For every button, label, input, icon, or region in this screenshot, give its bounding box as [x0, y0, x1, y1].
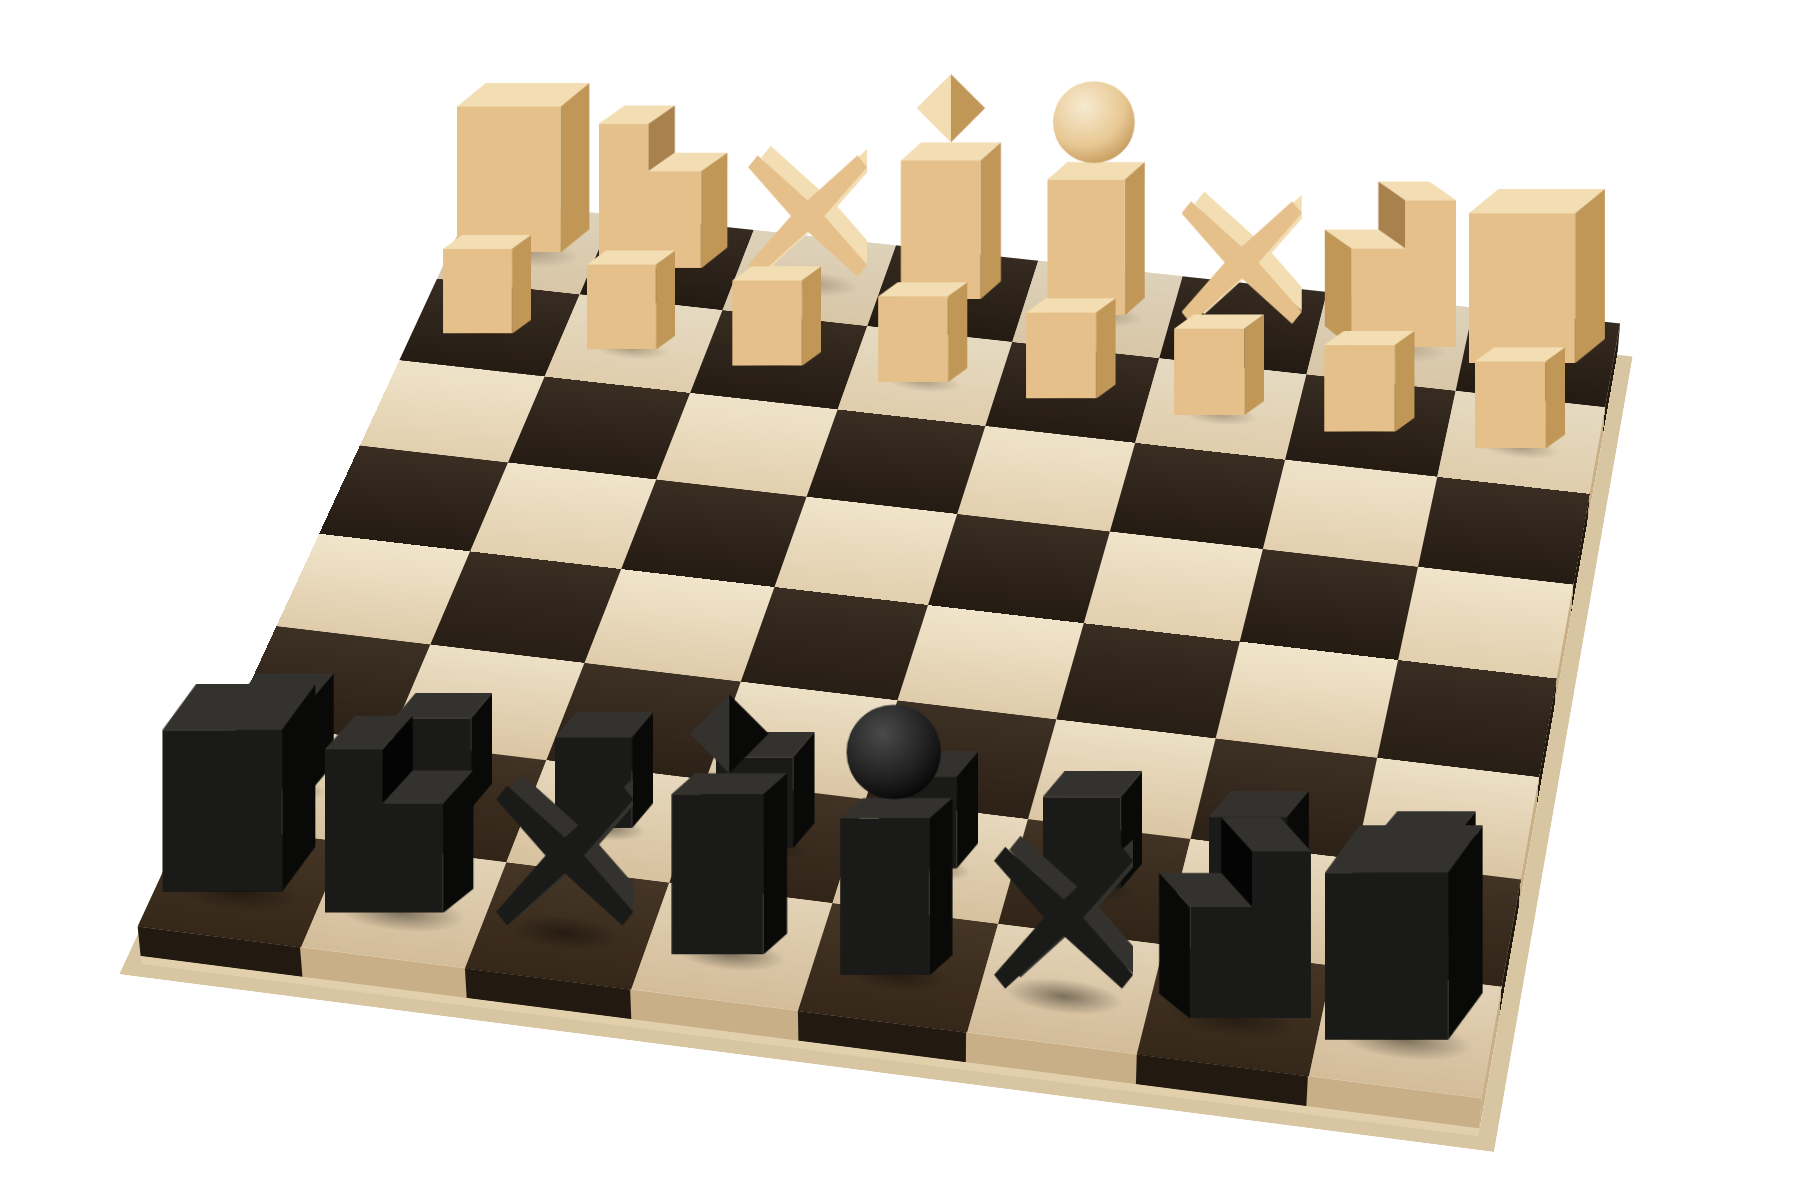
square-f4 — [621, 479, 806, 587]
bauhaus-knight-icon — [599, 100, 730, 268]
square-d3 — [957, 426, 1134, 531]
square-b5 — [1216, 642, 1398, 758]
square-e8 — [631, 882, 833, 1011]
bauhaus-pawn-icon — [1475, 347, 1566, 449]
bauhaus-bishop-icon — [748, 139, 867, 284]
bauhaus-pawn-icon — [732, 266, 821, 366]
white-knight-upright — [599, 100, 730, 268]
bauhaus-pawn-icon — [1026, 298, 1116, 398]
square-e3 — [806, 409, 985, 513]
white-king-upright — [894, 72, 1008, 300]
black-rook-upright — [162, 684, 315, 892]
square-c4 — [1083, 531, 1263, 641]
bauhaus-knight-icon — [1156, 811, 1311, 1019]
bauhaus-king-icon — [894, 72, 1008, 300]
chessboard — [138, 200, 1620, 1099]
bauhaus-rook-icon — [162, 684, 315, 892]
black-king-upright — [664, 692, 795, 955]
square-e5 — [740, 587, 928, 700]
square-f3 — [656, 393, 837, 496]
square-h5 — [277, 534, 470, 644]
square-d2 — [985, 342, 1159, 443]
square-f5 — [585, 569, 774, 681]
bauhaus-bishop-icon — [1182, 185, 1302, 332]
bauhaus-pawn-icon — [443, 235, 531, 334]
black-bishop-upright — [994, 827, 1133, 997]
bauhaus-bishop-icon — [496, 766, 633, 933]
white-bishop-upright — [748, 139, 867, 284]
square-a3 — [1418, 477, 1590, 585]
black-bishop-upright — [496, 766, 633, 933]
square-d4 — [928, 514, 1109, 623]
white-pawn-upright — [1475, 347, 1566, 449]
square-h8 — [138, 822, 346, 947]
white-pawn-upright — [1026, 298, 1116, 398]
bauhaus-rook-icon — [457, 83, 590, 253]
square-c8 — [967, 923, 1165, 1054]
square-a4 — [1398, 567, 1574, 679]
bauhaus-pawn-icon — [878, 282, 967, 382]
square-d8 — [798, 903, 998, 1033]
black-queen-upright — [832, 701, 960, 975]
bauhaus-pawn-icon — [587, 250, 676, 349]
square-a5 — [1377, 660, 1557, 777]
square-e4 — [774, 496, 957, 605]
white-bishop-upright — [1182, 185, 1302, 332]
black-knight-upright — [1156, 811, 1311, 1019]
bauhaus-queen-icon — [832, 701, 960, 975]
square-b3 — [1263, 460, 1437, 567]
bauhaus-knight-icon — [1322, 176, 1456, 347]
bauhaus-queen-icon — [1041, 78, 1151, 315]
square-a2 — [1437, 391, 1605, 494]
bauhaus-king-icon — [664, 692, 795, 955]
white-pawn-upright — [587, 250, 676, 349]
white-pawn-upright — [878, 282, 967, 382]
bauhaus-rook-icon — [1325, 825, 1483, 1040]
square-b8 — [1137, 944, 1332, 1076]
bauhaus-rook-icon — [1469, 189, 1605, 363]
white-pawn-upright — [443, 235, 531, 334]
white-pawn-upright — [1324, 331, 1414, 432]
white-rook-upright — [1469, 189, 1605, 363]
square-a8 — [1308, 965, 1501, 1098]
black-rook-upright — [1325, 825, 1483, 1040]
product-photo-scene — [0, 0, 1800, 1200]
white-queen-upright — [1041, 78, 1151, 315]
white-pawn-upright — [732, 266, 821, 366]
black-knight-upright — [325, 710, 477, 913]
white-rook-upright — [457, 83, 590, 253]
square-c3 — [1109, 443, 1285, 549]
bauhaus-bishop-icon — [994, 827, 1133, 997]
square-b4 — [1240, 549, 1418, 660]
square-c2 — [1135, 358, 1307, 460]
white-pawn-upright — [1174, 314, 1264, 415]
bauhaus-pawn-icon — [1324, 331, 1414, 432]
square-f2 — [690, 310, 867, 410]
white-knight-upright — [1322, 176, 1456, 347]
square-e2 — [837, 326, 1012, 426]
square-c5 — [1056, 623, 1240, 738]
bauhaus-knight-icon — [325, 710, 477, 913]
bauhaus-pawn-icon — [1174, 314, 1264, 415]
square-b2 — [1285, 374, 1455, 477]
